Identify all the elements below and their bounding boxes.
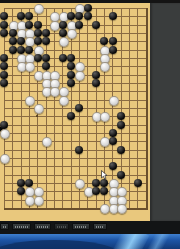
- black-stone: [117, 146, 125, 154]
- black-stone: [25, 46, 33, 54]
- black-stone: [0, 21, 8, 29]
- mouse-cursor-icon: [101, 166, 108, 176]
- black-stone: [67, 79, 75, 87]
- black-stone: [109, 46, 117, 54]
- black-stone: [67, 71, 75, 79]
- white-stone: [59, 96, 69, 106]
- black-stone: [59, 29, 67, 37]
- black-stone: [34, 29, 42, 37]
- black-stone: [42, 29, 50, 37]
- black-stone: [109, 12, 117, 20]
- toolbar-button-1[interactable]: [0, 223, 9, 230]
- black-stone: [34, 37, 42, 45]
- black-stone: [34, 54, 42, 62]
- black-stone: [59, 54, 67, 62]
- black-stone: [109, 129, 117, 137]
- white-stone: [109, 96, 119, 106]
- black-stone: [9, 46, 17, 54]
- toolbar-button-6[interactable]: [93, 223, 107, 230]
- toolbar-button-3[interactable]: [34, 223, 51, 230]
- taskbar-light-streak: [112, 234, 149, 249]
- black-stone: [75, 21, 83, 29]
- white-stone: [67, 29, 77, 39]
- black-stone: [67, 54, 75, 62]
- toolbar-button-5[interactable]: [72, 223, 90, 230]
- toolbar-button-2[interactable]: [12, 223, 31, 230]
- black-stone: [9, 37, 17, 45]
- black-stone: [84, 12, 92, 20]
- black-stone: [25, 21, 33, 29]
- white-stone: [34, 104, 44, 114]
- black-stone: [117, 171, 125, 179]
- white-stone: [117, 204, 127, 214]
- black-stone: [109, 162, 117, 170]
- black-stone: [117, 121, 125, 129]
- white-stone: [25, 96, 35, 106]
- black-stone: [17, 179, 25, 187]
- black-stone: [134, 179, 142, 187]
- black-stone: [109, 37, 117, 45]
- black-stone: [92, 21, 100, 29]
- right-panel: [150, 3, 180, 221]
- black-stone: [92, 179, 100, 187]
- white-stone: [75, 71, 85, 81]
- black-stone: [17, 46, 25, 54]
- white-stone: [59, 37, 69, 47]
- black-stone: [34, 21, 42, 29]
- white-stone: [34, 196, 44, 206]
- black-stone: [84, 4, 92, 12]
- taskbar-wave-decoration: [0, 240, 120, 249]
- toolbar-button-4[interactable]: [54, 223, 69, 230]
- white-stone: [34, 4, 44, 14]
- navigation-toolbar: [0, 223, 107, 230]
- black-stone: [42, 54, 50, 62]
- black-stone: [75, 146, 83, 154]
- black-stone: [59, 21, 67, 29]
- black-stone: [92, 71, 100, 79]
- bottom-toolbar-strip: [0, 221, 180, 234]
- black-stone: [0, 71, 8, 79]
- black-stone: [0, 121, 8, 129]
- black-stone: [9, 29, 17, 37]
- black-stone: [109, 137, 117, 145]
- desktop-taskbar-area: [0, 234, 180, 249]
- black-stone: [92, 79, 100, 87]
- go-board[interactable]: [0, 3, 150, 221]
